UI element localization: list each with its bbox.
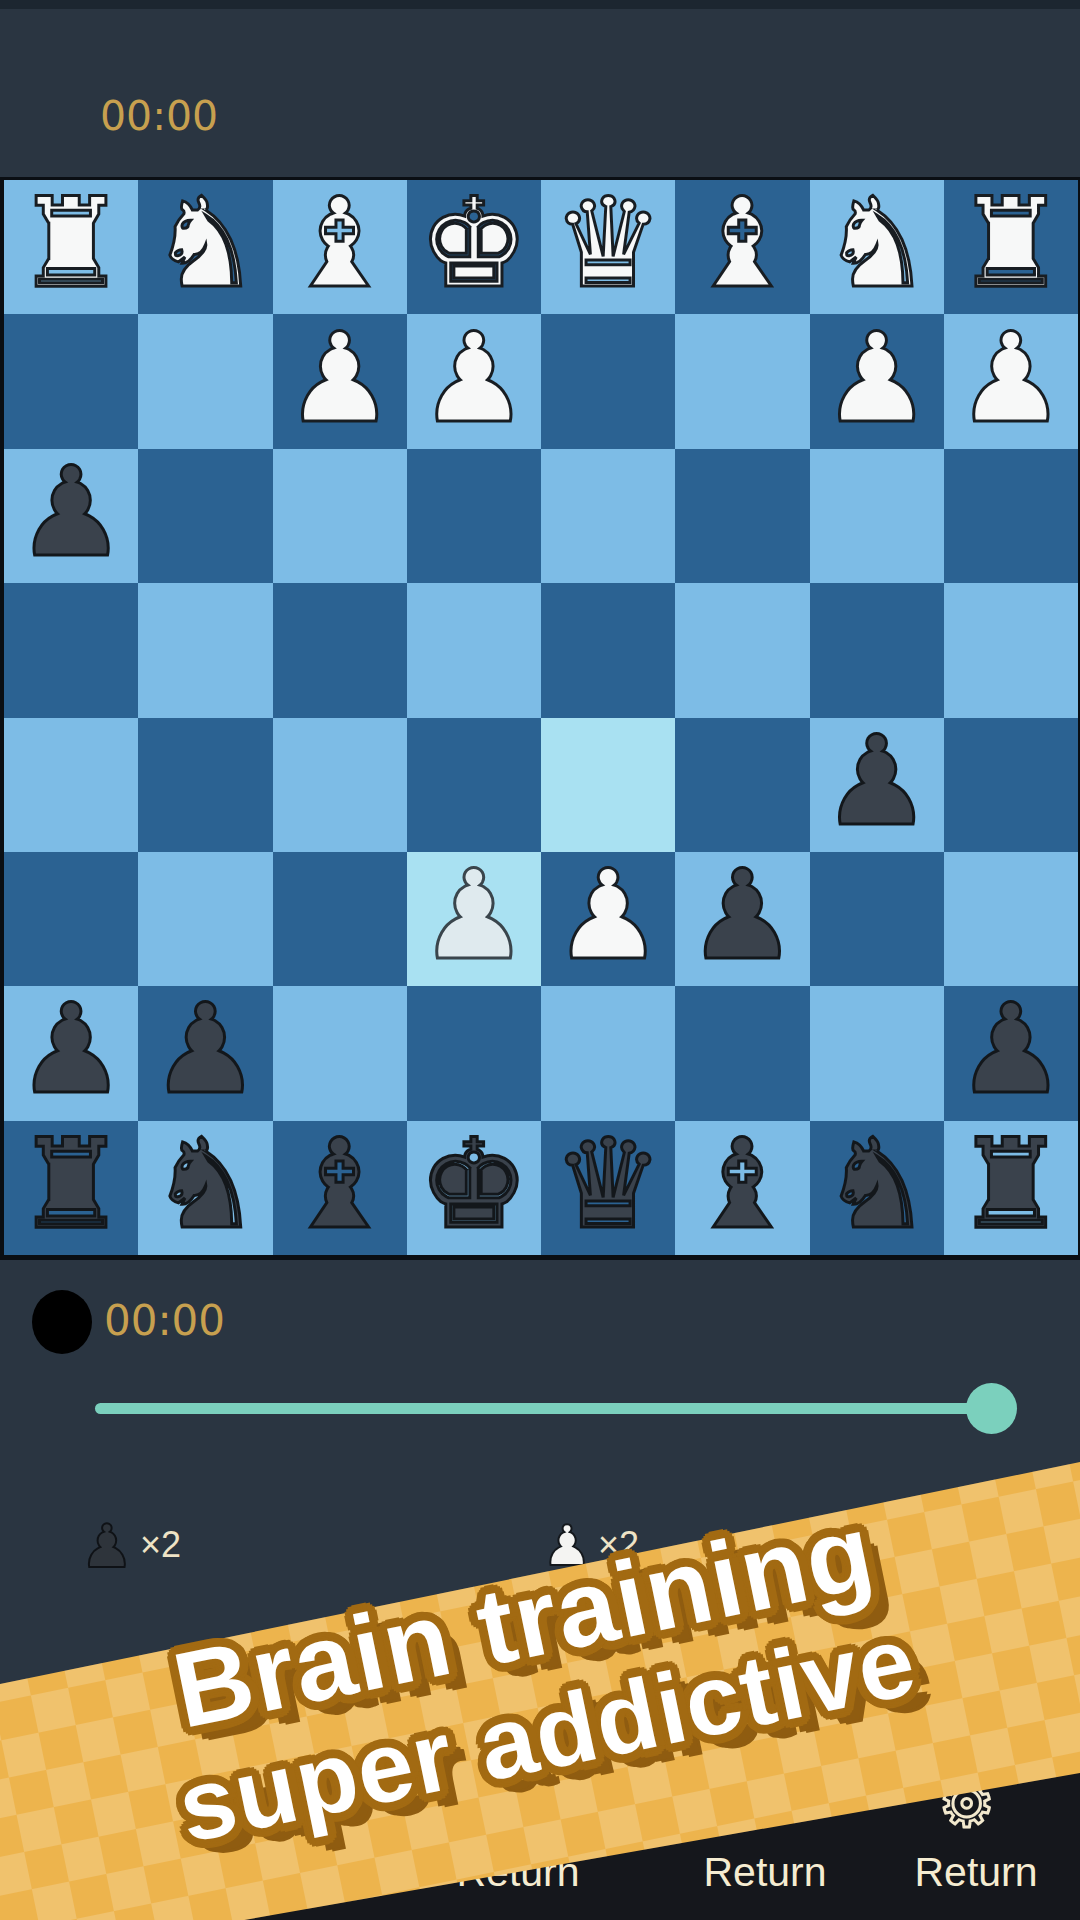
- square-a5[interactable]: [944, 718, 1078, 852]
- black-player-clock: 00:00: [104, 1296, 225, 1345]
- square-g1[interactable]: ♞: [138, 180, 272, 314]
- square-f6[interactable]: [273, 852, 407, 986]
- square-h7[interactable]: ♟: [4, 986, 138, 1120]
- white-pawn-d6: ♟: [553, 853, 664, 977]
- square-b2[interactable]: ♟: [810, 314, 944, 448]
- square-d7[interactable]: [541, 986, 675, 1120]
- white-pawn-e2: ♟: [418, 316, 529, 440]
- black-bishop-c8: ♝: [687, 1122, 798, 1246]
- chess-board-grid: ♜♞♝♚♛♝♞♜♟♟♟♟♟♟♟♟♟♟♟♟♜♞♝♚♛♝♞♜: [4, 180, 1078, 1255]
- square-a2[interactable]: ♟: [944, 314, 1078, 448]
- square-b4[interactable]: [810, 583, 944, 717]
- square-c7[interactable]: [675, 986, 809, 1120]
- square-c3[interactable]: [675, 449, 809, 583]
- square-c4[interactable]: [675, 583, 809, 717]
- square-g8[interactable]: ♞: [138, 1121, 272, 1255]
- square-f2[interactable]: ♟: [273, 314, 407, 448]
- return-button-3[interactable]: Return: [886, 1849, 1066, 1896]
- square-a3[interactable]: [944, 449, 1078, 583]
- chess-app-screen: 00:00 ♜♞♝♚♛♝♞♜♟♟♟♟♟♟♟♟♟♟♟♟♜♞♝♚♛♝♞♜ 00:00…: [0, 0, 1080, 1920]
- square-a1[interactable]: ♜: [944, 180, 1078, 314]
- square-g7[interactable]: ♟: [138, 986, 272, 1120]
- square-b1[interactable]: ♞: [810, 180, 944, 314]
- square-h8[interactable]: ♜: [4, 1121, 138, 1255]
- white-knight-b1: ♞: [821, 181, 932, 305]
- white-knight-g1: ♞: [150, 181, 261, 305]
- black-pawn-h3: ♟: [16, 450, 127, 574]
- white-player-clock: 00:00: [100, 92, 218, 140]
- square-h1[interactable]: ♜: [4, 180, 138, 314]
- black-knight-b8: ♞: [821, 1122, 932, 1246]
- white-bishop-c1: ♝: [687, 181, 798, 305]
- black-king-e8: ♚: [418, 1122, 529, 1246]
- square-b3[interactable]: [810, 449, 944, 583]
- square-e4[interactable]: [407, 583, 541, 717]
- square-g4[interactable]: [138, 583, 272, 717]
- square-g6[interactable]: [138, 852, 272, 986]
- black-pawn-a7: ♟: [955, 987, 1066, 1111]
- square-d6[interactable]: ♟: [541, 852, 675, 986]
- black-bishop-f8: ♝: [284, 1122, 395, 1246]
- black-pawn-c6: ♟: [687, 853, 798, 977]
- square-b7[interactable]: [810, 986, 944, 1120]
- square-a6[interactable]: [944, 852, 1078, 986]
- black-pawn-h7: ♟: [16, 987, 127, 1111]
- white-bishop-f1: ♝: [284, 181, 395, 305]
- square-h3[interactable]: ♟: [4, 449, 138, 583]
- return-button-2[interactable]: Return: [675, 1849, 855, 1896]
- square-a7[interactable]: ♟: [944, 986, 1078, 1120]
- square-e3[interactable]: [407, 449, 541, 583]
- captured-black-pawn-icon: ♟: [80, 1516, 134, 1576]
- square-g3[interactable]: [138, 449, 272, 583]
- square-b8[interactable]: ♞: [810, 1121, 944, 1255]
- chess-board: ♜♞♝♚♛♝♞♜♟♟♟♟♟♟♟♟♟♟♟♟♜♞♝♚♛♝♞♜: [0, 177, 1080, 1260]
- square-e1[interactable]: ♚: [407, 180, 541, 314]
- status-strip: [0, 0, 1080, 9]
- white-pawn-b2: ♟: [821, 316, 932, 440]
- square-f1[interactable]: ♝: [273, 180, 407, 314]
- square-b5[interactable]: ♟: [810, 718, 944, 852]
- white-pawn-a2: ♟: [955, 316, 1066, 440]
- square-e6[interactable]: ♟: [407, 852, 541, 986]
- white-pawn-e6: ♟: [418, 853, 529, 977]
- square-g5[interactable]: [138, 718, 272, 852]
- move-history-slider-track[interactable]: [95, 1403, 992, 1414]
- square-c8[interactable]: ♝: [675, 1121, 809, 1255]
- square-d3[interactable]: [541, 449, 675, 583]
- square-d8[interactable]: ♛: [541, 1121, 675, 1255]
- square-f3[interactable]: [273, 449, 407, 583]
- black-turn-indicator: [32, 1290, 92, 1354]
- white-rook-a1: ♜: [955, 181, 1066, 305]
- black-rook-a8: ♜: [955, 1122, 1066, 1246]
- square-f5[interactable]: [273, 718, 407, 852]
- square-e8[interactable]: ♚: [407, 1121, 541, 1255]
- move-history-slider-handle[interactable]: [966, 1383, 1017, 1434]
- square-c2[interactable]: [675, 314, 809, 448]
- square-h4[interactable]: [4, 583, 138, 717]
- square-d2[interactable]: [541, 314, 675, 448]
- black-knight-g8: ♞: [150, 1122, 261, 1246]
- square-f7[interactable]: [273, 986, 407, 1120]
- captured-black-pawn-count: ×2: [140, 1524, 181, 1566]
- square-c1[interactable]: ♝: [675, 180, 809, 314]
- square-g2[interactable]: [138, 314, 272, 448]
- square-d4[interactable]: [541, 583, 675, 717]
- white-rook-h1: ♜: [16, 181, 127, 305]
- square-e7[interactable]: [407, 986, 541, 1120]
- white-queen-d1: ♛: [553, 181, 664, 305]
- black-pawn-b5: ♟: [821, 719, 932, 843]
- square-a4[interactable]: [944, 583, 1078, 717]
- square-b6[interactable]: [810, 852, 944, 986]
- square-d5[interactable]: [541, 718, 675, 852]
- black-rook-h8: ♜: [16, 1122, 127, 1246]
- square-f4[interactable]: [273, 583, 407, 717]
- square-h5[interactable]: [4, 718, 138, 852]
- square-c6[interactable]: ♟: [675, 852, 809, 986]
- square-h6[interactable]: [4, 852, 138, 986]
- square-e5[interactable]: [407, 718, 541, 852]
- square-e2[interactable]: ♟: [407, 314, 541, 448]
- black-pawn-g7: ♟: [150, 987, 261, 1111]
- black-queen-d8: ♛: [553, 1122, 664, 1246]
- square-f8[interactable]: ♝: [273, 1121, 407, 1255]
- square-h2[interactable]: [4, 314, 138, 448]
- square-a8[interactable]: ♜: [944, 1121, 1078, 1255]
- white-pawn-f2: ♟: [284, 316, 395, 440]
- square-d1[interactable]: ♛: [541, 180, 675, 314]
- square-c5[interactable]: [675, 718, 809, 852]
- white-king-e1: ♚: [418, 181, 529, 305]
